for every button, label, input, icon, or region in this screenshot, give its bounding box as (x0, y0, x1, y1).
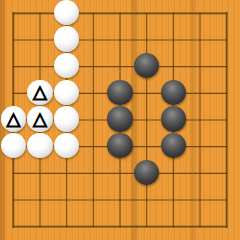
black-stone[interactable] (107, 106, 133, 132)
white-stone[interactable] (27, 133, 53, 159)
black-stone[interactable] (107, 80, 133, 106)
black-stone[interactable] (134, 160, 160, 186)
white-stone[interactable]: △ (27, 106, 53, 132)
go-board[interactable]: △△△ (0, 0, 240, 240)
triangle-mark: △ (33, 83, 47, 101)
triangle-mark: △ (6, 109, 20, 127)
white-stone[interactable]: △ (27, 80, 53, 106)
white-stone[interactable] (54, 133, 80, 159)
white-stone[interactable] (1, 133, 27, 159)
white-stone[interactable] (54, 106, 80, 132)
black-stone[interactable] (161, 133, 187, 159)
white-stone[interactable] (54, 53, 80, 79)
triangle-mark: △ (33, 109, 47, 127)
black-stone[interactable] (107, 133, 133, 159)
white-stone[interactable] (54, 26, 80, 52)
white-stone[interactable] (54, 80, 80, 106)
white-stone[interactable] (54, 0, 80, 25)
white-stone[interactable]: △ (1, 106, 27, 132)
black-stone[interactable] (161, 106, 187, 132)
black-stone[interactable] (161, 80, 187, 106)
black-stone[interactable] (134, 53, 160, 79)
